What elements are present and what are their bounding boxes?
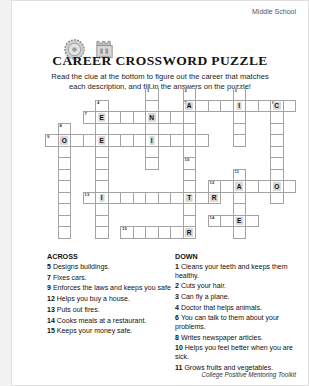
grid-cell[interactable]: 2 (183, 88, 197, 101)
given-letter: A (185, 102, 193, 110)
across-clues: ACROSS 5Designs buildings.7Fixes cars.9E… (47, 252, 175, 374)
given-letter: R (210, 194, 218, 202)
grid-cell[interactable]: 15 (120, 226, 134, 239)
given-letter: C (273, 102, 281, 110)
grid-cell[interactable] (108, 111, 122, 124)
grid-cell[interactable] (120, 134, 134, 147)
grid-cell[interactable]: R (208, 192, 222, 205)
grid-cell[interactable] (158, 226, 172, 239)
grid-cell[interactable] (170, 134, 184, 147)
clue-number: 4 (97, 101, 99, 106)
given-letter: O (60, 136, 68, 144)
clue-number: 13 (85, 193, 90, 198)
clue-number: 8 (60, 124, 62, 129)
worksheet-page: Middle School CAREER CROSSWORD PUZZLE Re… (11, 0, 309, 386)
grid-cell[interactable] (258, 100, 272, 113)
grid-cell[interactable] (120, 192, 134, 205)
down-clue-list: 1Cleans your teeth and keeps them health… (175, 263, 300, 372)
clue-number: 10 (185, 158, 190, 163)
given-letter: I (237, 102, 242, 110)
grid-cell[interactable] (195, 192, 209, 205)
page-title: CAREER CROSSWORD PUZZLE (12, 53, 308, 69)
across-clue-7: 7Fixes cars. (47, 274, 175, 283)
given-letter: A (235, 182, 243, 190)
given-letter: I (149, 136, 154, 144)
grid-cell[interactable]: R (183, 226, 197, 239)
grid-cell[interactable] (95, 123, 109, 136)
grid-cell[interactable] (145, 192, 159, 205)
down-clue-6: 6You can talk to them about your problem… (175, 314, 300, 331)
given-letter: E (236, 217, 243, 225)
grid-cell[interactable] (95, 180, 109, 193)
grid-cell[interactable] (145, 100, 159, 113)
grid-cell[interactable]: 14 (208, 215, 222, 228)
across-clue-5: 5Designs buildings. (47, 263, 175, 272)
grid-cell[interactable] (170, 192, 184, 205)
given-letter: E (98, 136, 105, 144)
grid-cell[interactable]: 11 (233, 169, 247, 182)
grid-cell[interactable] (270, 192, 284, 205)
grid-cell[interactable]: 7 (83, 111, 97, 124)
grid-cell[interactable] (220, 100, 234, 113)
grid-cell[interactable] (170, 111, 184, 124)
grid-cell[interactable] (70, 134, 84, 147)
grid-cell[interactable] (208, 100, 222, 113)
grid-cell[interactable] (133, 111, 147, 124)
grid-cell[interactable] (120, 111, 134, 124)
grid-cell[interactable] (258, 180, 272, 193)
grid-cell[interactable] (133, 192, 147, 205)
grid-cell[interactable] (195, 100, 209, 113)
clue-number: 14 (210, 216, 215, 221)
grid-cell[interactable] (170, 226, 184, 239)
grid-cell[interactable] (95, 226, 109, 239)
grid-cell[interactable] (158, 134, 172, 147)
down-clue-3: 3Can fly a plane. (175, 293, 300, 302)
given-letter: E (98, 113, 105, 121)
clue-number: 2 (185, 89, 187, 94)
grid-cell[interactable] (220, 215, 234, 228)
grid-cell[interactable] (158, 111, 172, 124)
grid-cell[interactable]: 13 (83, 192, 97, 205)
grid-cell[interactable] (83, 134, 97, 147)
grid-cell[interactable] (245, 215, 259, 228)
clue-section: ACROSS 5Designs buildings.7Fixes cars.9E… (47, 252, 300, 374)
across-clue-9: 9Enforces the laws and keeps you safe (47, 284, 175, 293)
down-clue-8: 8Writes newspaper articles. (175, 334, 300, 343)
grid-cell[interactable] (195, 134, 209, 147)
clue-number: 15 (122, 227, 127, 232)
crossword-grid: 5AI6C7EN9OEI12AO13ITR14E15R123481011 (45, 88, 295, 238)
down-header: DOWN (175, 252, 300, 261)
grid-cell[interactable] (183, 123, 197, 136)
across-clue-15: 15Keeps your money safe. (47, 327, 175, 336)
given-letter: I (99, 194, 104, 202)
clue-number: 9 (47, 135, 49, 140)
grid-cell[interactable] (183, 180, 197, 193)
clue-number: 3 (235, 89, 237, 94)
down-clue-4: 4Doctor that helps animals. (175, 304, 300, 313)
grid-cell[interactable] (283, 180, 297, 193)
grid-cell[interactable] (233, 226, 247, 239)
down-clue-10: 10Helps you feel better when you are sic… (175, 344, 300, 361)
grid-cell[interactable] (245, 100, 259, 113)
grid-cell[interactable] (233, 134, 247, 147)
credit-text: College Positive Mentoring Toolkit (201, 371, 296, 378)
grid-cell[interactable] (233, 203, 247, 216)
grid-cell[interactable] (158, 192, 172, 205)
grid-cell[interactable] (145, 226, 159, 239)
grid-cell[interactable]: 3 (233, 88, 247, 101)
given-letter: T (186, 194, 193, 202)
across-clue-12: 12Helps you buy a house. (47, 295, 175, 304)
grid-cell[interactable] (145, 123, 159, 136)
across-clue-list: 5Designs buildings.7Fixes cars.9Enforces… (47, 263, 175, 336)
given-letter: O (273, 182, 281, 190)
down-clue-1: 1Cleans your teeth and keeps them health… (175, 263, 300, 280)
grid-cell[interactable] (283, 100, 297, 113)
down-clues: DOWN 1Cleans your teeth and keeps them h… (175, 252, 300, 374)
down-clue-2: 2Cuts your hair. (175, 282, 300, 291)
clue-number: 7 (85, 112, 87, 117)
grid-cell[interactable] (58, 226, 72, 239)
grid-cell[interactable] (133, 226, 147, 239)
grid-cell[interactable] (145, 157, 159, 170)
grid-cell[interactable] (270, 169, 284, 182)
across-header: ACROSS (47, 252, 175, 261)
grid-cell[interactable]: 8 (58, 123, 72, 136)
given-letter: N (148, 113, 156, 121)
grid-cell[interactable] (220, 180, 234, 193)
grid-cell[interactable]: 4 (95, 100, 109, 113)
grid-cell[interactable]: 9 (45, 134, 59, 147)
across-clue-13: 13Puts out fires. (47, 306, 175, 315)
across-clue-14: 14Cooks meals at a restaurant. (47, 317, 175, 326)
school-level-label: Middle School (252, 8, 296, 15)
clue-number: 1 (147, 89, 149, 94)
grid-cell[interactable] (108, 134, 122, 147)
clue-number: 11 (235, 170, 240, 175)
grid-cell[interactable] (183, 215, 197, 228)
given-letter: R (185, 228, 193, 236)
grid-cell[interactable] (245, 180, 259, 193)
grid-cell[interactable] (133, 134, 147, 147)
grid-cell[interactable] (108, 192, 122, 205)
clue-number: 12 (210, 181, 215, 186)
